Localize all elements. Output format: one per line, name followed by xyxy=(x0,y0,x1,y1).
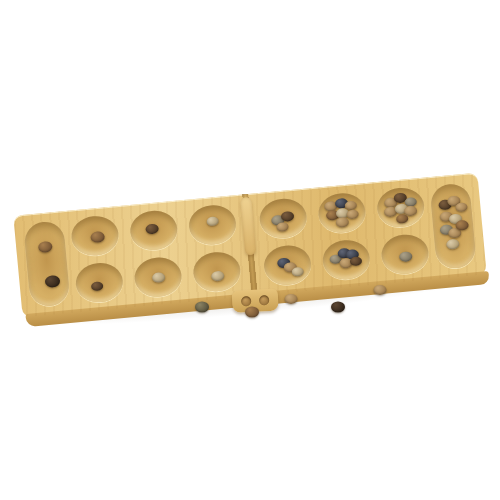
stone xyxy=(276,221,289,231)
pit-top-2[interactable] xyxy=(129,209,179,252)
pit-top-5[interactable] xyxy=(317,192,367,235)
stone xyxy=(395,213,408,223)
left-pit-grid xyxy=(70,202,242,305)
pit-top-1[interactable] xyxy=(70,214,120,257)
stone xyxy=(398,251,412,262)
board-right-half xyxy=(248,173,486,296)
stone xyxy=(206,216,219,226)
right-pit-grid xyxy=(258,185,430,288)
product-photo-stage xyxy=(0,0,500,500)
hinge-pin-icon xyxy=(241,296,252,307)
stone xyxy=(291,267,304,277)
stone xyxy=(211,270,225,281)
stone xyxy=(45,275,61,288)
stone xyxy=(151,272,165,283)
pit-top-6[interactable] xyxy=(375,186,425,229)
store-right[interactable] xyxy=(429,182,477,269)
stone xyxy=(281,211,295,222)
stone xyxy=(90,281,103,291)
pit-top-4[interactable] xyxy=(258,197,308,240)
pit-bottom-4[interactable] xyxy=(262,243,312,286)
stone xyxy=(145,224,159,235)
stone xyxy=(349,256,362,266)
pit-bottom-1[interactable] xyxy=(74,261,124,304)
stone xyxy=(446,239,460,250)
stone xyxy=(347,209,360,219)
stone xyxy=(90,230,105,242)
store-left[interactable] xyxy=(23,220,71,307)
stone xyxy=(455,202,468,212)
pit-bottom-5[interactable] xyxy=(321,238,371,281)
stone xyxy=(455,220,469,231)
stone xyxy=(335,217,349,228)
pit-bottom-3[interactable] xyxy=(192,250,242,293)
hinge-pin-icon xyxy=(259,295,270,306)
hinge-block xyxy=(232,288,279,313)
pit-bottom-2[interactable] xyxy=(133,255,183,298)
stone xyxy=(38,241,53,253)
pit-bottom-6[interactable] xyxy=(380,232,430,275)
pit-top-3[interactable] xyxy=(187,204,237,247)
board-left-half xyxy=(13,194,251,317)
